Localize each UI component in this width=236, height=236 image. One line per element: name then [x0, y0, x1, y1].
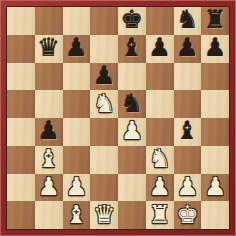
piece-white-knight[interactable]: ♞: [148, 146, 170, 171]
piece-white-knight[interactable]: ♞: [93, 91, 115, 116]
square-g7[interactable]: ♟: [174, 35, 202, 63]
square-b1[interactable]: [35, 201, 63, 229]
chess-board: ♚♞♜♛♟♝♟♟♟♟♞♞♟♟♝♝♞♟♟♟♟♟♝♛♜♚: [6, 6, 230, 230]
piece-black-queen[interactable]: ♛: [37, 35, 59, 60]
square-d4[interactable]: [90, 118, 118, 146]
square-c1[interactable]: ♝: [63, 201, 91, 229]
piece-white-pawn[interactable]: ♟: [37, 174, 59, 199]
square-c6[interactable]: [63, 63, 91, 91]
square-a2[interactable]: [7, 174, 35, 202]
square-h7[interactable]: ♟: [201, 35, 229, 63]
square-g2[interactable]: ♟: [174, 174, 202, 202]
square-e8[interactable]: ♚: [118, 7, 146, 35]
square-g5[interactable]: [174, 90, 202, 118]
piece-black-bishop[interactable]: ♝: [121, 35, 143, 60]
piece-black-pawn[interactable]: ♟: [65, 35, 87, 60]
piece-black-pawn[interactable]: ♟: [148, 35, 170, 60]
piece-black-pawn[interactable]: ♟: [204, 35, 226, 60]
piece-white-bishop[interactable]: ♝: [37, 146, 59, 171]
piece-white-queen[interactable]: ♛: [93, 202, 115, 227]
square-c5[interactable]: [63, 90, 91, 118]
piece-black-rook[interactable]: ♜: [204, 7, 226, 32]
square-b7[interactable]: ♛: [35, 35, 63, 63]
piece-white-rook[interactable]: ♜: [148, 202, 170, 227]
square-f1[interactable]: ♜: [146, 201, 174, 229]
square-h2[interactable]: ♟: [201, 174, 229, 202]
square-h5[interactable]: [201, 90, 229, 118]
square-h6[interactable]: [201, 63, 229, 91]
square-h4[interactable]: [201, 118, 229, 146]
square-b4[interactable]: ♟: [35, 118, 63, 146]
piece-black-king[interactable]: ♚: [121, 7, 143, 32]
piece-black-bishop[interactable]: ♝: [176, 118, 198, 143]
square-a1[interactable]: [7, 201, 35, 229]
square-e2[interactable]: [118, 174, 146, 202]
square-a5[interactable]: [7, 90, 35, 118]
square-e5[interactable]: ♞: [118, 90, 146, 118]
square-a4[interactable]: [7, 118, 35, 146]
square-b8[interactable]: [35, 7, 63, 35]
square-d1[interactable]: ♛: [90, 201, 118, 229]
square-h1[interactable]: [201, 201, 229, 229]
square-e7[interactable]: ♝: [118, 35, 146, 63]
piece-white-bishop[interactable]: ♝: [65, 202, 87, 227]
square-g4[interactable]: ♝: [174, 118, 202, 146]
square-g6[interactable]: [174, 63, 202, 91]
square-b3[interactable]: ♝: [35, 146, 63, 174]
square-d6[interactable]: ♟: [90, 63, 118, 91]
square-h3[interactable]: [201, 146, 229, 174]
square-f4[interactable]: [146, 118, 174, 146]
square-f8[interactable]: [146, 7, 174, 35]
piece-black-pawn[interactable]: ♟: [37, 118, 59, 143]
square-a3[interactable]: [7, 146, 35, 174]
square-c3[interactable]: [63, 146, 91, 174]
piece-white-pawn[interactable]: ♟: [176, 174, 198, 199]
square-g3[interactable]: [174, 146, 202, 174]
square-f5[interactable]: [146, 90, 174, 118]
square-d5[interactable]: ♞: [90, 90, 118, 118]
square-f6[interactable]: [146, 63, 174, 91]
square-a7[interactable]: [7, 35, 35, 63]
square-e4[interactable]: ♟: [118, 118, 146, 146]
piece-black-knight[interactable]: ♞: [176, 7, 198, 32]
square-a8[interactable]: [7, 7, 35, 35]
square-f2[interactable]: ♟: [146, 174, 174, 202]
piece-black-pawn[interactable]: ♟: [93, 63, 115, 88]
piece-white-pawn[interactable]: ♟: [204, 174, 226, 199]
square-f7[interactable]: ♟: [146, 35, 174, 63]
piece-black-knight[interactable]: ♞: [121, 91, 143, 116]
square-b2[interactable]: ♟: [35, 174, 63, 202]
square-a6[interactable]: [7, 63, 35, 91]
square-g1[interactable]: ♚: [174, 201, 202, 229]
piece-white-pawn[interactable]: ♟: [65, 174, 87, 199]
square-e6[interactable]: [118, 63, 146, 91]
square-c7[interactable]: ♟: [63, 35, 91, 63]
square-h8[interactable]: ♜: [201, 7, 229, 35]
piece-white-king[interactable]: ♚: [176, 202, 198, 227]
square-b5[interactable]: [35, 90, 63, 118]
square-e3[interactable]: [118, 146, 146, 174]
square-d7[interactable]: [90, 35, 118, 63]
square-d2[interactable]: [90, 174, 118, 202]
square-d3[interactable]: [90, 146, 118, 174]
piece-white-pawn[interactable]: ♟: [121, 118, 143, 143]
square-g8[interactable]: ♞: [174, 7, 202, 35]
square-b6[interactable]: [35, 63, 63, 91]
square-c4[interactable]: [63, 118, 91, 146]
square-c2[interactable]: ♟: [63, 174, 91, 202]
square-c8[interactable]: [63, 7, 91, 35]
square-f3[interactable]: ♞: [146, 146, 174, 174]
square-e1[interactable]: [118, 201, 146, 229]
board-frame: ♚♞♜♛♟♝♟♟♟♟♞♞♟♟♝♝♞♟♟♟♟♟♝♛♜♚: [0, 0, 236, 236]
square-d8[interactable]: [90, 7, 118, 35]
piece-white-pawn[interactable]: ♟: [148, 174, 170, 199]
piece-black-pawn[interactable]: ♟: [176, 35, 198, 60]
